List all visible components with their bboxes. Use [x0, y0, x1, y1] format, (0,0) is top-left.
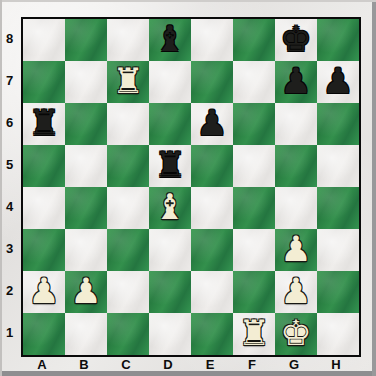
- piece-white-pawn[interactable]: ♟: [23, 271, 65, 313]
- square-g4[interactable]: [275, 187, 317, 229]
- square-a8[interactable]: [23, 19, 65, 61]
- file-label-a: A: [21, 355, 63, 374]
- file-label-e: E: [189, 355, 231, 374]
- square-g2[interactable]: ♟: [275, 271, 317, 313]
- square-e6[interactable]: ♟: [191, 103, 233, 145]
- square-h6[interactable]: [317, 103, 359, 145]
- rank-labels: 87654321: [0, 17, 21, 353]
- square-b2[interactable]: ♟: [65, 271, 107, 313]
- square-h3[interactable]: [317, 229, 359, 271]
- square-f6[interactable]: [233, 103, 275, 145]
- square-g1[interactable]: ♚: [275, 313, 317, 355]
- rank-label-4: 4: [0, 185, 19, 227]
- square-c2[interactable]: [107, 271, 149, 313]
- square-b3[interactable]: [65, 229, 107, 271]
- square-a2[interactable]: ♟: [23, 271, 65, 313]
- file-label-d: D: [147, 355, 189, 374]
- rank-label-3: 3: [0, 227, 19, 269]
- square-c3[interactable]: [107, 229, 149, 271]
- square-d1[interactable]: [149, 313, 191, 355]
- square-g6[interactable]: [275, 103, 317, 145]
- square-d4[interactable]: ♝: [149, 187, 191, 229]
- rank-label-1: 1: [0, 311, 19, 353]
- rank-label-8: 8: [0, 17, 19, 59]
- piece-white-king[interactable]: ♚: [275, 313, 317, 355]
- square-f7[interactable]: [233, 61, 275, 103]
- piece-black-king[interactable]: ♚: [275, 19, 317, 61]
- file-label-f: F: [231, 355, 273, 374]
- file-labels: ABCDEFGH: [21, 355, 357, 374]
- square-f5[interactable]: [233, 145, 275, 187]
- rank-label-6: 6: [0, 101, 19, 143]
- square-h5[interactable]: [317, 145, 359, 187]
- square-f4[interactable]: [233, 187, 275, 229]
- square-f2[interactable]: [233, 271, 275, 313]
- square-c7[interactable]: ♜: [107, 61, 149, 103]
- piece-white-rook[interactable]: ♜: [107, 61, 149, 103]
- square-e7[interactable]: [191, 61, 233, 103]
- file-label-h: H: [315, 355, 357, 374]
- square-e4[interactable]: [191, 187, 233, 229]
- square-b1[interactable]: [65, 313, 107, 355]
- piece-white-bishop[interactable]: ♝: [149, 187, 191, 229]
- file-label-c: C: [105, 355, 147, 374]
- square-d8[interactable]: ♝: [149, 19, 191, 61]
- square-b7[interactable]: [65, 61, 107, 103]
- piece-black-pawn[interactable]: ♟: [317, 61, 359, 103]
- piece-white-pawn[interactable]: ♟: [65, 271, 107, 313]
- square-d3[interactable]: [149, 229, 191, 271]
- square-a4[interactable]: [23, 187, 65, 229]
- square-b6[interactable]: [65, 103, 107, 145]
- file-label-g: G: [273, 355, 315, 374]
- square-a3[interactable]: [23, 229, 65, 271]
- square-h8[interactable]: [317, 19, 359, 61]
- square-c5[interactable]: [107, 145, 149, 187]
- square-c6[interactable]: [107, 103, 149, 145]
- square-a1[interactable]: [23, 313, 65, 355]
- square-b5[interactable]: [65, 145, 107, 187]
- piece-black-rook[interactable]: ♜: [23, 103, 65, 145]
- square-d6[interactable]: [149, 103, 191, 145]
- file-label-b: B: [63, 355, 105, 374]
- square-h7[interactable]: ♟: [317, 61, 359, 103]
- square-d2[interactable]: [149, 271, 191, 313]
- square-c4[interactable]: [107, 187, 149, 229]
- square-g8[interactable]: ♚: [275, 19, 317, 61]
- square-h4[interactable]: [317, 187, 359, 229]
- piece-black-pawn[interactable]: ♟: [191, 103, 233, 145]
- square-e3[interactable]: [191, 229, 233, 271]
- piece-white-pawn[interactable]: ♟: [275, 271, 317, 313]
- square-b4[interactable]: [65, 187, 107, 229]
- rank-label-5: 5: [0, 143, 19, 185]
- piece-black-rook[interactable]: ♜: [149, 145, 191, 187]
- piece-white-rook[interactable]: ♜: [233, 313, 275, 355]
- chess-board: ♝♚♜♟♟♜♟♜♝♟♟♟♟♜♚: [21, 17, 361, 357]
- square-e2[interactable]: [191, 271, 233, 313]
- chess-diagram-frame: 87654321 ♝♚♜♟♟♜♟♜♝♟♟♟♟♜♚ ABCDEFGH: [0, 0, 376, 376]
- square-h2[interactable]: [317, 271, 359, 313]
- square-c8[interactable]: [107, 19, 149, 61]
- square-f3[interactable]: [233, 229, 275, 271]
- rank-label-2: 2: [0, 269, 19, 311]
- rank-label-7: 7: [0, 59, 19, 101]
- square-d7[interactable]: [149, 61, 191, 103]
- square-d5[interactable]: ♜: [149, 145, 191, 187]
- square-a5[interactable]: [23, 145, 65, 187]
- square-e8[interactable]: [191, 19, 233, 61]
- square-e5[interactable]: [191, 145, 233, 187]
- square-e1[interactable]: [191, 313, 233, 355]
- square-f1[interactable]: ♜: [233, 313, 275, 355]
- piece-black-bishop[interactable]: ♝: [149, 19, 191, 61]
- square-g5[interactable]: [275, 145, 317, 187]
- square-b8[interactable]: [65, 19, 107, 61]
- square-a7[interactable]: [23, 61, 65, 103]
- square-g7[interactable]: ♟: [275, 61, 317, 103]
- square-c1[interactable]: [107, 313, 149, 355]
- square-f8[interactable]: [233, 19, 275, 61]
- square-h1[interactable]: [317, 313, 359, 355]
- square-a6[interactable]: ♜: [23, 103, 65, 145]
- piece-black-pawn[interactable]: ♟: [275, 61, 317, 103]
- piece-white-pawn[interactable]: ♟: [275, 229, 317, 271]
- square-g3[interactable]: ♟: [275, 229, 317, 271]
